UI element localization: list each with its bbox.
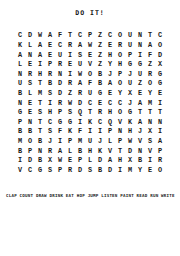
grid-cell-r9c10: H bbox=[105, 108, 115, 118]
grid-cell-r14c14: I bbox=[145, 156, 155, 166]
grid-cell-r3c4: E bbox=[45, 50, 55, 60]
grid-cell-r9c11: O bbox=[115, 108, 125, 118]
grid-cell-r9c5: P bbox=[55, 108, 65, 118]
grid-cell-r4c4: P bbox=[45, 60, 55, 70]
grid-cell-r9c12: G bbox=[125, 108, 135, 118]
grid-cell-r5c7: W bbox=[75, 69, 85, 79]
grid-cell-r15c5: P bbox=[55, 165, 65, 175]
grid-cell-r13c10: V bbox=[105, 146, 115, 156]
grid-cell-r2c1: K bbox=[15, 41, 25, 51]
grid-cell-r15c11: I bbox=[115, 165, 125, 175]
grid-cell-r14c1: I bbox=[15, 156, 25, 166]
grid-cell-r13c6: L bbox=[65, 146, 75, 156]
grid-cell-r8c9: E bbox=[95, 98, 105, 108]
grid-cell-r15c10: D bbox=[105, 165, 115, 175]
grid-cell-r2c2: L bbox=[25, 41, 35, 51]
grid-cell-r9c3: S bbox=[35, 108, 45, 118]
grid-cell-r6c14: O bbox=[145, 79, 155, 89]
grid-cell-r5c10: J bbox=[105, 69, 115, 79]
grid-cell-r4c2: E bbox=[25, 60, 35, 70]
grid-cell-r2c5: C bbox=[55, 41, 65, 51]
grid-cell-r2c6: R bbox=[65, 41, 75, 51]
grid-cell-r7c13: E bbox=[135, 89, 145, 99]
grid-cell-r1c14: T bbox=[145, 31, 155, 41]
grid-cell-r14c10: A bbox=[105, 156, 115, 166]
grid-cell-r2c15: O bbox=[155, 41, 165, 51]
grid-cell-r8c3: T bbox=[35, 98, 45, 108]
grid-cell-r4c15: X bbox=[155, 60, 165, 70]
grid-cell-r12c9: J bbox=[95, 137, 105, 147]
grid-cell-r4c14: Z bbox=[145, 60, 155, 70]
grid-cell-r7c5: D bbox=[55, 89, 65, 99]
grid-cell-r10c1: P bbox=[15, 117, 25, 127]
grid-cell-r2c12: U bbox=[125, 41, 135, 51]
grid-cell-r6c3: T bbox=[35, 79, 45, 89]
grid-cell-r1c7: C bbox=[75, 31, 85, 41]
grid-cell-r13c7: B bbox=[75, 146, 85, 156]
grid-cell-r4c3: I bbox=[35, 60, 45, 70]
grid-cell-r13c9: K bbox=[95, 146, 105, 156]
grid-cell-r11c11: N bbox=[115, 127, 125, 137]
grid-cell-r6c12: U bbox=[125, 79, 135, 89]
grid-cell-r4c9: Z bbox=[95, 60, 105, 70]
grid-cell-r5c8: O bbox=[85, 69, 95, 79]
grid-cell-r3c12: P bbox=[125, 50, 135, 60]
grid-cell-r6c13: Z bbox=[135, 79, 145, 89]
grid-cell-r8c10: C bbox=[105, 98, 115, 108]
grid-cell-r3c3: A bbox=[35, 50, 45, 60]
grid-cell-r12c1: M bbox=[15, 137, 25, 147]
worksheet-page: DO IT! CDWAFTCPZCOUNTCKLAECRAWZERUNAOANA… bbox=[0, 0, 180, 256]
grid-cell-r10c3: T bbox=[35, 117, 45, 127]
grid-cell-r5c2: R bbox=[25, 69, 35, 79]
grid-cell-r13c1: B bbox=[15, 146, 25, 156]
grid-cell-r10c10: Q bbox=[105, 117, 115, 127]
grid-cell-r12c5: I bbox=[55, 137, 65, 147]
grid-cell-r11c7: F bbox=[75, 127, 85, 137]
grid-cell-r10c6: G bbox=[65, 117, 75, 127]
grid-cell-r6c11: O bbox=[115, 79, 125, 89]
grid-cell-r5c1: N bbox=[15, 69, 25, 79]
grid-cell-r10c8: K bbox=[85, 117, 95, 127]
grid-cell-r8c7: D bbox=[75, 98, 85, 108]
grid-cell-r13c4: R bbox=[45, 146, 55, 156]
grid-cell-r11c4: S bbox=[45, 127, 55, 137]
grid-cell-r1c6: T bbox=[65, 31, 75, 41]
grid-cell-r8c12: J bbox=[125, 98, 135, 108]
grid-cell-r6c5: D bbox=[55, 79, 65, 89]
grid-cell-r3c14: F bbox=[145, 50, 155, 60]
grid-cell-r9c8: T bbox=[85, 108, 95, 118]
grid-cell-r4c5: R bbox=[55, 60, 65, 70]
grid-cell-r5c13: U bbox=[135, 69, 145, 79]
grid-cell-r2c14: A bbox=[145, 41, 155, 51]
grid-cell-r15c3: G bbox=[35, 165, 45, 175]
grid-cell-r3c10: H bbox=[105, 50, 115, 60]
grid-cell-r11c9: I bbox=[95, 127, 105, 137]
grid-cell-r13c3: N bbox=[35, 146, 45, 156]
grid-cell-r10c13: A bbox=[135, 117, 145, 127]
grid-cell-r6c4: B bbox=[45, 79, 55, 89]
grid-cell-r8c14: M bbox=[145, 98, 155, 108]
grid-cell-r3c7: S bbox=[75, 50, 85, 60]
grid-cell-r7c12: X bbox=[125, 89, 135, 99]
grid-cell-r6c7: A bbox=[75, 79, 85, 89]
grid-cell-r6c6: R bbox=[65, 79, 75, 89]
grid-cell-r2c13: N bbox=[135, 41, 145, 51]
grid-cell-r15c9: B bbox=[95, 165, 105, 175]
grid-cell-r4c8: V bbox=[85, 60, 95, 70]
grid-cell-r5c3: H bbox=[35, 69, 45, 79]
grid-cell-r13c14: V bbox=[145, 146, 155, 156]
grid-cell-r7c1: B bbox=[15, 89, 25, 99]
grid-cell-r9c6: S bbox=[65, 108, 75, 118]
grid-cell-r10c2: N bbox=[25, 117, 35, 127]
grid-cell-r9c2: E bbox=[25, 108, 35, 118]
grid-cell-r1c12: U bbox=[125, 31, 135, 41]
grid-cell-r2c7: A bbox=[75, 41, 85, 51]
grid-cell-r11c15: I bbox=[155, 127, 165, 137]
grid-cell-r2c8: W bbox=[85, 41, 95, 51]
grid-cell-r9c4: H bbox=[45, 108, 55, 118]
grid-cell-r7c6: Z bbox=[65, 89, 75, 99]
grid-cell-r4c6: E bbox=[65, 60, 75, 70]
grid-cell-r7c2: L bbox=[25, 89, 35, 99]
grid-cell-r7c9: G bbox=[95, 89, 105, 99]
grid-cell-r4c7: U bbox=[75, 60, 85, 70]
grid-cell-r13c2: P bbox=[25, 146, 35, 156]
grid-cell-r7c14: Y bbox=[145, 89, 155, 99]
grid-cell-r15c1: V bbox=[15, 165, 25, 175]
grid-cell-r10c4: C bbox=[45, 117, 55, 127]
grid-cell-r10c5: G bbox=[55, 117, 65, 127]
grid-cell-r3c11: O bbox=[115, 50, 125, 60]
grid-cell-r3c9: Z bbox=[95, 50, 105, 60]
grid-cell-r1c5: F bbox=[55, 31, 65, 41]
grid-cell-r14c3: B bbox=[35, 156, 45, 166]
grid-cell-r11c3: T bbox=[35, 127, 45, 137]
grid-cell-r15c13: Y bbox=[135, 165, 145, 175]
grid-cell-r14c7: P bbox=[75, 156, 85, 166]
grid-cell-r11c12: H bbox=[125, 127, 135, 137]
grid-cell-r8c15: I bbox=[155, 98, 165, 108]
grid-cell-r10c15: N bbox=[155, 117, 165, 127]
grid-cell-r9c1: G bbox=[15, 108, 25, 118]
grid-cell-r1c3: W bbox=[35, 31, 45, 41]
grid-cell-r9c7: Q bbox=[75, 108, 85, 118]
grid-cell-r8c11: C bbox=[115, 98, 125, 108]
grid-cell-r10c9: C bbox=[95, 117, 105, 127]
grid-cell-r13c11: T bbox=[115, 146, 125, 156]
grid-cell-r5c14: R bbox=[145, 69, 155, 79]
grid-cell-r1c1: C bbox=[15, 31, 25, 41]
grid-cell-r12c12: W bbox=[125, 137, 135, 147]
word-bank: CLAP COUNT DRAW DRINK EAT HOP JUMP LISTE… bbox=[6, 193, 174, 198]
grid-cell-r7c10: E bbox=[105, 89, 115, 99]
grid-cell-r11c5: F bbox=[55, 127, 65, 137]
grid-cell-r7c8: U bbox=[85, 89, 95, 99]
grid-cell-r10c12: K bbox=[125, 117, 135, 127]
grid-cell-r13c8: H bbox=[85, 146, 95, 156]
grid-cell-r4c10: Y bbox=[105, 60, 115, 70]
grid-cell-r8c1: N bbox=[15, 98, 25, 108]
grid-cell-r11c13: J bbox=[135, 127, 145, 137]
grid-cell-r14c4: X bbox=[45, 156, 55, 166]
grid-cell-r5c15: G bbox=[155, 69, 165, 79]
grid-cell-r11c14: X bbox=[145, 127, 155, 137]
grid-cell-r1c11: O bbox=[115, 31, 125, 41]
grid-cell-r1c13: N bbox=[135, 31, 145, 41]
grid-cell-r5c4: R bbox=[45, 69, 55, 79]
grid-cell-r14c12: X bbox=[125, 156, 135, 166]
grid-cell-r6c9: B bbox=[95, 79, 105, 89]
grid-cell-r9c14: T bbox=[145, 108, 155, 118]
grid-cell-r13c15: P bbox=[155, 146, 165, 156]
grid-cell-r2c4: E bbox=[45, 41, 55, 51]
grid-cell-r2c3: A bbox=[35, 41, 45, 51]
grid-cell-r13c5: A bbox=[55, 146, 65, 156]
grid-cell-r15c12: M bbox=[125, 165, 135, 175]
grid-cell-r7c4: S bbox=[45, 89, 55, 99]
grid-cell-r14c15: R bbox=[155, 156, 165, 166]
grid-cell-r8c6: W bbox=[65, 98, 75, 108]
grid-cell-r7c15: E bbox=[155, 89, 165, 99]
grid-cell-r5c9: B bbox=[95, 69, 105, 79]
grid-cell-r12c13: V bbox=[135, 137, 145, 147]
grid-cell-r10c7: I bbox=[75, 117, 85, 127]
grid-cell-r11c10: P bbox=[105, 127, 115, 137]
grid-cell-r11c1: B bbox=[15, 127, 25, 137]
grid-cell-r3c6: I bbox=[65, 50, 75, 60]
grid-cell-r7c7: R bbox=[75, 89, 85, 99]
grid-cell-r1c10: C bbox=[105, 31, 115, 41]
grid-cell-r2c11: R bbox=[115, 41, 125, 51]
grid-cell-r15c14: E bbox=[145, 165, 155, 175]
grid-cell-r1c2: D bbox=[25, 31, 35, 41]
grid-cell-r1c15: C bbox=[155, 31, 165, 41]
grid-cell-r3c5: U bbox=[55, 50, 65, 60]
grid-cell-r9c15: T bbox=[155, 108, 165, 118]
grid-cell-r11c8: I bbox=[85, 127, 95, 137]
grid-cell-r2c10: E bbox=[105, 41, 115, 51]
grid-cell-r7c3: M bbox=[35, 89, 45, 99]
grid-cell-r15c7: D bbox=[75, 165, 85, 175]
puzzle-title: DO IT! bbox=[0, 9, 180, 17]
grid-cell-r13c13: N bbox=[135, 146, 145, 156]
grid-cell-r14c2: D bbox=[25, 156, 35, 166]
grid-cell-r8c13: A bbox=[135, 98, 145, 108]
grid-cell-r5c5: N bbox=[55, 69, 65, 79]
grid-cell-r15c15: O bbox=[155, 165, 165, 175]
grid-cell-r12c2: O bbox=[25, 137, 35, 147]
grid-cell-r1c9: Z bbox=[95, 31, 105, 41]
grid-cell-r8c8: C bbox=[85, 98, 95, 108]
grid-cell-r8c4: I bbox=[45, 98, 55, 108]
grid-cell-r11c6: K bbox=[65, 127, 75, 137]
word-search-grid: CDWAFTCPZCOUNTCKLAECRAWZERUNAOANAEUISEZH… bbox=[15, 31, 165, 175]
grid-cell-r14c13: B bbox=[135, 156, 145, 166]
grid-cell-r6c10: A bbox=[105, 79, 115, 89]
grid-cell-r12c15: A bbox=[155, 137, 165, 147]
grid-cell-r12c7: M bbox=[75, 137, 85, 147]
grid-cell-r9c13: T bbox=[135, 108, 145, 118]
grid-cell-r10c14: N bbox=[145, 117, 155, 127]
grid-cell-r3c8: E bbox=[85, 50, 95, 60]
grid-cell-r15c2: C bbox=[25, 165, 35, 175]
grid-cell-r15c6: R bbox=[65, 165, 75, 175]
grid-cell-r12c4: J bbox=[45, 137, 55, 147]
grid-cell-r6c1: U bbox=[15, 79, 25, 89]
grid-cell-r4c13: G bbox=[135, 60, 145, 70]
grid-cell-r12c10: L bbox=[105, 137, 115, 147]
grid-cell-r15c4: S bbox=[45, 165, 55, 175]
grid-cell-r5c6: I bbox=[65, 69, 75, 79]
grid-cell-r4c1: L bbox=[15, 60, 25, 70]
grid-cell-r8c2: E bbox=[25, 98, 35, 108]
grid-cell-r14c11: H bbox=[115, 156, 125, 166]
grid-cell-r6c2: S bbox=[25, 79, 35, 89]
grid-cell-r12c6: P bbox=[65, 137, 75, 147]
grid-cell-r12c11: P bbox=[115, 137, 125, 147]
grid-cell-r12c8: U bbox=[85, 137, 95, 147]
grid-cell-r13c12: D bbox=[125, 146, 135, 156]
grid-cell-r15c8: S bbox=[85, 165, 95, 175]
grid-cell-r2c9: Z bbox=[95, 41, 105, 51]
grid-cell-r12c14: S bbox=[145, 137, 155, 147]
grid-cell-r3c2: N bbox=[25, 50, 35, 60]
grid-cell-r7c11: Y bbox=[115, 89, 125, 99]
grid-cell-r8c5: R bbox=[55, 98, 65, 108]
grid-cell-r1c4: A bbox=[45, 31, 55, 41]
grid-cell-r14c8: L bbox=[85, 156, 95, 166]
grid-cell-r11c2: B bbox=[25, 127, 35, 137]
grid-cell-r1c8: P bbox=[85, 31, 95, 41]
grid-cell-r12c3: B bbox=[35, 137, 45, 147]
grid-cell-r14c9: D bbox=[95, 156, 105, 166]
grid-cell-r4c11: H bbox=[115, 60, 125, 70]
grid-cell-r3c15: D bbox=[155, 50, 165, 60]
grid-cell-r5c12: J bbox=[125, 69, 135, 79]
grid-cell-r6c8: F bbox=[85, 79, 95, 89]
grid-cell-r10c11: V bbox=[115, 117, 125, 127]
grid-cell-r4c12: G bbox=[125, 60, 135, 70]
grid-cell-r14c5: W bbox=[55, 156, 65, 166]
grid-cell-r6c15: G bbox=[155, 79, 165, 89]
grid-cell-r9c9: R bbox=[95, 108, 105, 118]
grid-cell-r3c1: A bbox=[15, 50, 25, 60]
grid-cell-r5c11: P bbox=[115, 69, 125, 79]
grid-cell-r3c13: I bbox=[135, 50, 145, 60]
grid-cell-r14c6: E bbox=[65, 156, 75, 166]
